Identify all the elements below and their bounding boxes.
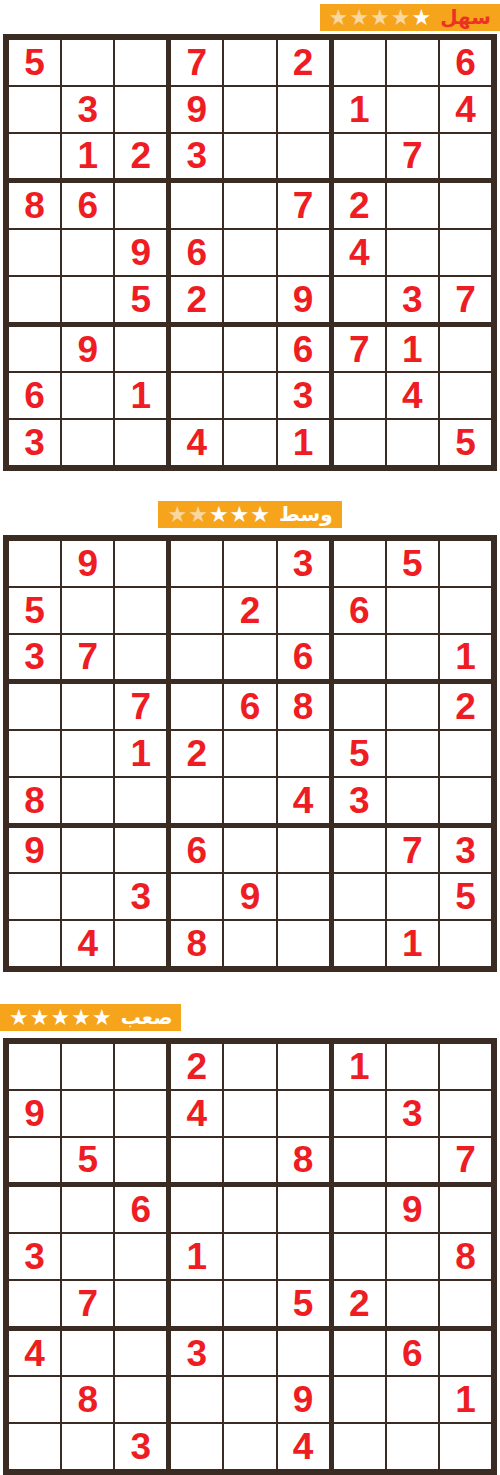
sudoku-cell-r6c4 [171,1281,222,1326]
sudoku-cell-r4c4 [171,1187,222,1232]
sudoku-cell-r7c6: 6 [278,327,329,372]
sudoku-cell-r9c9: 5 [440,420,491,465]
sudoku-cell-r8c9: 1 [440,1377,491,1422]
sudoku-cell-r3c1 [9,134,60,179]
sudoku-cell-r9c4 [171,1424,222,1469]
sudoku-cell-r3c5 [224,134,275,179]
sudoku-cell-r8c3: 1 [115,373,166,418]
star-filled-icon: ★ [9,1007,29,1029]
sudoku-cell-r8c4 [171,874,222,919]
sudoku-cell-r8c1: 6 [9,373,60,418]
star-rating-medium: ★★★★★ [167,504,270,526]
sudoku-cell-r5c8 [387,1234,438,1279]
sudoku-cell-r3c8: 7 [387,134,438,179]
sudoku-cell-r6c7: 2 [334,1281,385,1326]
sudoku-cell-r1c8 [387,1044,438,1089]
sudoku-cell-r2c8: 3 [387,1091,438,1136]
sudoku-cell-r9c2 [62,420,113,465]
sudoku-box: 7293 [171,40,328,178]
star-filled-icon: ★ [412,7,432,29]
sudoku-cell-r3c7 [334,635,385,680]
sudoku-cell-r9c6: 1 [278,420,329,465]
sudoku-cell-r7c3 [115,828,166,873]
sudoku-cell-r8c9: 5 [440,874,491,919]
sudoku-cell-r9c2: 4 [62,921,113,966]
sudoku-cell-r1c9 [440,1044,491,1089]
sudoku-cell-r7c5 [224,1331,275,1376]
sudoku-cell-r1c9 [440,541,491,586]
sudoku-cell-r6c2: 7 [62,1281,113,1326]
sudoku-cell-r9c2 [62,1424,113,1469]
sudoku-cell-r9c3 [115,921,166,966]
star-filled-icon: ★ [50,1007,70,1029]
sudoku-cell-r2c6 [278,1091,329,1136]
sudoku-cell-r1c1 [9,541,60,586]
sudoku-cell-r1c3 [115,541,166,586]
sudoku-cell-r6c3: 5 [115,277,166,322]
sudoku-cell-r3c3 [115,635,166,680]
sudoku-cell-r4c3 [115,183,166,228]
sudoku-cell-r6c2 [62,277,113,322]
sudoku-cell-r5c1 [9,731,60,776]
sudoku-cell-r7c3 [115,327,166,372]
sudoku-cell-r5c7 [334,1234,385,1279]
sudoku-cell-r1c6 [278,1044,329,1089]
sudoku-cell-r5c1: 3 [9,1234,60,1279]
sudoku-box: 5312 [9,40,166,178]
sudoku-cell-r1c8 [387,40,438,85]
sudoku-cell-r6c8 [387,1281,438,1326]
sudoku-cell-r2c1: 5 [9,588,60,633]
sudoku-cell-r9c7 [334,1424,385,1469]
sudoku-cell-r2c9: 4 [440,87,491,132]
sudoku-cell-r3c6 [278,134,329,179]
sudoku-cell-r2c7: 1 [334,87,385,132]
sudoku-box: 637 [9,1187,166,1325]
sudoku-cell-r6c8 [387,778,438,823]
puzzle-section-hard: ★★★★★ صعب 952481376371598248339461 [0,1004,500,1475]
sudoku-cell-r5c4: 1 [171,1234,222,1279]
sudoku-box: 9537 [9,541,166,679]
sudoku-cell-r3c1 [9,1138,60,1183]
sudoku-cell-r2c3 [115,588,166,633]
sudoku-cell-r8c4 [171,373,222,418]
star-filled-icon: ★ [209,504,229,526]
sudoku-box: 248 [171,1044,328,1182]
sudoku-cell-r2c1 [9,87,60,132]
sudoku-cell-r9c6 [278,921,329,966]
sudoku-cell-r3c9 [440,134,491,179]
sudoku-cell-r5c1 [9,230,60,275]
star-empty-icon: ★ [329,7,349,29]
sudoku-cell-r3c1: 3 [9,635,60,680]
sudoku-cell-r9c8 [387,420,438,465]
sudoku-cell-r3c2: 7 [62,635,113,680]
sudoku-cell-r8c1 [9,874,60,919]
sudoku-cell-r4c5: 6 [224,684,275,729]
sudoku-cell-r4c4 [171,684,222,729]
sudoku-cell-r5c2 [62,1234,113,1279]
sudoku-cell-r8c5 [224,1377,275,1422]
difficulty-label-medium: وسط [279,504,333,526]
sudoku-cell-r8c7 [334,874,385,919]
sudoku-cell-r5c6 [278,1234,329,1279]
sudoku-cell-r5c6 [278,731,329,776]
sudoku-cell-r8c2 [62,373,113,418]
sudoku-cell-r9c8 [387,1424,438,1469]
difficulty-label-easy: سهل [440,7,491,29]
sudoku-cell-r1c2 [62,1044,113,1089]
puzzle-section-medium: ★★★★★ وسط 953732656171868242539346987351 [0,501,500,972]
sudoku-cell-r3c4 [171,1138,222,1183]
sudoku-box: 483 [9,1331,166,1469]
sudoku-cell-r7c9: 3 [440,828,491,873]
sudoku-cell-r9c1 [9,1424,60,1469]
sudoku-cell-r3c6: 6 [278,635,329,680]
sudoku-cell-r1c3 [115,1044,166,1089]
sudoku-box: 7351 [334,828,491,966]
sudoku-cell-r3c4: 3 [171,134,222,179]
star-filled-icon: ★ [230,504,250,526]
sudoku-cell-r8c7 [334,1377,385,1422]
sudoku-cell-r4c2 [62,684,113,729]
sudoku-cell-r1c1: 5 [9,40,60,85]
sudoku-cell-r8c6: 3 [278,373,329,418]
sudoku-box: 15 [171,1187,328,1325]
sudoku-cell-r9c9 [440,1424,491,1469]
sudoku-cell-r1c9: 6 [440,40,491,85]
sudoku-cell-r5c4: 6 [171,230,222,275]
sudoku-cell-r7c2 [62,1331,113,1376]
difficulty-label-hard: صعب [121,1007,173,1029]
sudoku-cell-r8c2 [62,874,113,919]
sudoku-cell-r2c7 [334,1091,385,1136]
sudoku-cell-r8c8: 4 [387,373,438,418]
sudoku-cell-r6c4: 2 [171,277,222,322]
sudoku-cell-r7c9 [440,1331,491,1376]
sudoku-cell-r7c6 [278,828,329,873]
sudoku-cell-r4c3: 6 [115,1187,166,1232]
sudoku-cell-r2c5 [224,87,275,132]
sudoku-cell-r2c2 [62,1091,113,1136]
sudoku-cell-r4c4 [171,183,222,228]
sudoku-cell-r4c5 [224,183,275,228]
star-empty-icon: ★ [391,7,411,29]
sudoku-box: 6147 [334,40,491,178]
sudoku-cell-r9c4: 4 [171,420,222,465]
sudoku-cell-r8c6: 9 [278,1377,329,1422]
sudoku-cell-r7c8: 7 [387,828,438,873]
sudoku-cell-r9c8: 1 [387,921,438,966]
sudoku-cell-r4c1: 8 [9,183,60,228]
sudoku-cell-r7c8: 6 [387,1331,438,1376]
star-rating-hard: ★★★★★ [9,1007,112,1029]
sudoku-cell-r4c2 [62,1187,113,1232]
sudoku-cell-r6c6: 5 [278,1281,329,1326]
sudoku-cell-r6c8: 3 [387,277,438,322]
sudoku-cell-r7c4 [171,327,222,372]
sudoku-cell-r2c8 [387,87,438,132]
sudoku-box: 6341 [171,327,328,465]
sudoku-box: 698 [171,828,328,966]
sudoku-cell-r3c9: 7 [440,1138,491,1183]
sudoku-cell-r9c7 [334,420,385,465]
sudoku-cell-r2c5 [224,1091,275,1136]
sudoku-cell-r8c7 [334,373,385,418]
sudoku-cell-r1c5 [224,541,275,586]
sudoku-cell-r9c5 [224,420,275,465]
sudoku-cell-r3c6: 8 [278,1138,329,1183]
sudoku-box: 61 [334,1331,491,1469]
sudoku-cell-r5c7: 4 [334,230,385,275]
sudoku-cell-r1c4: 2 [171,1044,222,1089]
sudoku-cell-r8c5: 9 [224,874,275,919]
sudoku-cell-r7c1 [9,327,60,372]
sudoku-cell-r5c7: 5 [334,731,385,776]
sudoku-cell-r6c7: 3 [334,778,385,823]
sudoku-cell-r9c3 [115,420,166,465]
sudoku-cell-r2c8 [387,588,438,633]
sudoku-cell-r8c8 [387,874,438,919]
star-filled-icon: ★ [71,1007,91,1029]
sudoku-cell-r8c8 [387,1377,438,1422]
sudoku-cell-r4c6 [278,1187,329,1232]
sudoku-cell-r3c4 [171,635,222,680]
sudoku-cell-r4c6: 7 [278,183,329,228]
sudoku-cell-r7c8: 1 [387,327,438,372]
sudoku-cell-r3c8 [387,1138,438,1183]
sudoku-cell-r5c5 [224,1234,275,1279]
sudoku-cell-r9c9 [440,921,491,966]
sudoku-cell-r8c4 [171,1377,222,1422]
difficulty-header-easy: ★★★★★ سهل [320,4,500,31]
sudoku-cell-r4c8: 9 [387,1187,438,1232]
puzzle-section-easy: ★★★★★ سهل 531272936147869576292437961363… [0,4,500,471]
sudoku-cell-r9c5 [224,1424,275,1469]
sudoku-cell-r2c3 [115,87,166,132]
sudoku-cell-r1c7 [334,40,385,85]
sudoku-cell-r4c9 [440,183,491,228]
sudoku-cell-r6c1 [9,277,60,322]
sudoku-cell-r1c3 [115,40,166,85]
sudoku-cell-r6c1: 8 [9,778,60,823]
sudoku-cell-r7c4: 3 [171,1331,222,1376]
sudoku-cell-r4c9 [440,1187,491,1232]
sudoku-cell-r2c6 [278,588,329,633]
sudoku-box: 982 [334,1187,491,1325]
sudoku-cell-r1c6: 3 [278,541,329,586]
sudoku-cell-r2c4: 4 [171,1091,222,1136]
sudoku-cell-r1c2 [62,40,113,85]
sudoku-cell-r3c3 [115,1138,166,1183]
sudoku-cell-r5c2 [62,230,113,275]
sudoku-cell-r4c8 [387,684,438,729]
sudoku-cell-r4c5 [224,1187,275,1232]
sudoku-box: 394 [171,1331,328,1469]
sudoku-cell-r4c7 [334,1187,385,1232]
sudoku-cell-r3c2: 1 [62,134,113,179]
star-empty-icon: ★ [349,7,369,29]
sudoku-cell-r4c3: 7 [115,684,166,729]
sudoku-cell-r1c4 [171,541,222,586]
sudoku-cell-r1c7 [334,541,385,586]
sudoku-cell-r6c6: 9 [278,277,329,322]
sudoku-cell-r3c7 [334,134,385,179]
sudoku-cell-r6c7 [334,277,385,322]
sudoku-box: 718 [9,684,166,822]
sudoku-cell-r6c1 [9,1281,60,1326]
sudoku-cell-r6c6: 4 [278,778,329,823]
sudoku-cell-r5c5 [224,230,275,275]
sudoku-cell-r1c4: 7 [171,40,222,85]
sudoku-cell-r4c7 [334,684,385,729]
sudoku-cell-r6c5 [224,1281,275,1326]
sudoku-cell-r6c4 [171,778,222,823]
sudoku-cell-r6c5 [224,277,275,322]
sudoku-cell-r6c5 [224,778,275,823]
sudoku-cell-r2c9 [440,588,491,633]
sudoku-cell-r6c9: 7 [440,277,491,322]
sudoku-cell-r3c7 [334,1138,385,1183]
star-filled-icon: ★ [250,504,270,526]
sudoku-cell-r8c6 [278,874,329,919]
sudoku-box: 561 [334,541,491,679]
sudoku-cell-r4c6: 8 [278,684,329,729]
sudoku-cell-r4c7: 2 [334,183,385,228]
sudoku-cell-r9c5 [224,921,275,966]
sudoku-cell-r9c1 [9,921,60,966]
sudoku-cell-r7c5 [224,327,275,372]
sudoku-cell-r8c9 [440,373,491,418]
difficulty-header-hard: ★★★★★ صعب [0,1004,181,1031]
sudoku-cell-r9c4: 8 [171,921,222,966]
sudoku-box: 934 [9,828,166,966]
sudoku-cell-r3c8 [387,635,438,680]
sudoku-box: 253 [334,684,491,822]
sudoku-cell-r7c9 [440,327,491,372]
sudoku-cell-r2c4: 9 [171,87,222,132]
sudoku-cell-r1c5 [224,40,275,85]
sudoku-cell-r9c1: 3 [9,420,60,465]
sudoku-cell-r6c9 [440,778,491,823]
sudoku-cell-r5c3 [115,1234,166,1279]
sudoku-cell-r2c3 [115,1091,166,1136]
sudoku-cell-r1c5 [224,1044,275,1089]
sudoku-cell-r2c4 [171,588,222,633]
sudoku-cell-r7c7 [334,828,385,873]
sudoku-cell-r7c3 [115,1331,166,1376]
sudoku-cell-r1c7: 1 [334,1044,385,1089]
sudoku-cell-r2c2 [62,588,113,633]
sudoku-cell-r5c3: 1 [115,731,166,776]
sudoku-cell-r9c3: 3 [115,1424,166,1469]
sudoku-box: 9613 [9,327,166,465]
sudoku-cell-r2c1: 9 [9,1091,60,1136]
sudoku-cell-r7c6 [278,1331,329,1376]
star-rating-easy: ★★★★★ [329,7,432,29]
star-empty-icon: ★ [188,504,208,526]
sudoku-cell-r6c3 [115,1281,166,1326]
sudoku-cell-r3c5 [224,635,275,680]
sudoku-box: 326 [171,541,328,679]
sudoku-cell-r8c5 [224,373,275,418]
sudoku-box: 7629 [171,183,328,321]
sudoku-cell-r2c6 [278,87,329,132]
star-filled-icon: ★ [30,1007,50,1029]
sudoku-box: 8695 [9,183,166,321]
sudoku-cell-r7c5 [224,828,275,873]
star-filled-icon: ★ [92,1007,112,1029]
sudoku-cell-r2c2: 3 [62,87,113,132]
sudoku-cell-r2c5: 2 [224,588,275,633]
sudoku-cell-r8c1 [9,1377,60,1422]
star-empty-icon: ★ [167,504,187,526]
sudoku-cell-r5c9 [440,731,491,776]
sudoku-cell-r9c7 [334,921,385,966]
sudoku-board-medium: 953732656171868242539346987351 [3,535,497,972]
difficulty-header-medium: ★★★★★ وسط [158,501,341,528]
sudoku-cell-r4c1 [9,684,60,729]
sudoku-board-easy: 531272936147869576292437961363417145 [3,34,497,471]
sudoku-cell-r5c3: 9 [115,230,166,275]
sudoku-cell-r5c8 [387,731,438,776]
sudoku-cell-r1c2: 9 [62,541,113,586]
sudoku-cell-r7c4: 6 [171,828,222,873]
sudoku-cell-r9c6: 4 [278,1424,329,1469]
sudoku-cell-r7c7: 7 [334,327,385,372]
sudoku-cell-r1c1 [9,1044,60,1089]
sudoku-box: 2437 [334,183,491,321]
sudoku-cell-r8c2: 8 [62,1377,113,1422]
sudoku-cell-r6c9 [440,1281,491,1326]
sudoku-board-hard: 952481376371598248339461 [3,1038,497,1475]
sudoku-cell-r5c8 [387,230,438,275]
sudoku-cell-r4c2: 6 [62,183,113,228]
sudoku-cell-r3c5 [224,1138,275,1183]
sudoku-box: 95 [9,1044,166,1182]
sudoku-cell-r5c9: 8 [440,1234,491,1279]
sudoku-cell-r3c3: 2 [115,134,166,179]
sudoku-cell-r5c9 [440,230,491,275]
sudoku-cell-r5c4: 2 [171,731,222,776]
sudoku-cell-r3c2: 5 [62,1138,113,1183]
sudoku-cell-r4c8 [387,183,438,228]
sudoku-cell-r7c7 [334,1331,385,1376]
sudoku-box: 6824 [171,684,328,822]
sudoku-cell-r7c2 [62,828,113,873]
sudoku-cell-r5c6 [278,230,329,275]
sudoku-cell-r6c3 [115,778,166,823]
sudoku-cell-r3c9: 1 [440,635,491,680]
sudoku-cell-r1c8: 5 [387,541,438,586]
sudoku-cell-r7c2: 9 [62,327,113,372]
sudoku-cell-r7c1: 4 [9,1331,60,1376]
sudoku-box: 137 [334,1044,491,1182]
sudoku-cell-r4c9: 2 [440,684,491,729]
sudoku-box: 7145 [334,327,491,465]
star-empty-icon: ★ [370,7,390,29]
sudoku-cell-r5c5 [224,731,275,776]
sudoku-cell-r7c1: 9 [9,828,60,873]
sudoku-cell-r1c6: 2 [278,40,329,85]
sudoku-cell-r5c2 [62,731,113,776]
sudoku-cell-r8c3 [115,1377,166,1422]
sudoku-cell-r8c3: 3 [115,874,166,919]
sudoku-cell-r6c2 [62,778,113,823]
sudoku-cell-r2c9 [440,1091,491,1136]
sudoku-cell-r2c7: 6 [334,588,385,633]
sudoku-cell-r4c1 [9,1187,60,1232]
